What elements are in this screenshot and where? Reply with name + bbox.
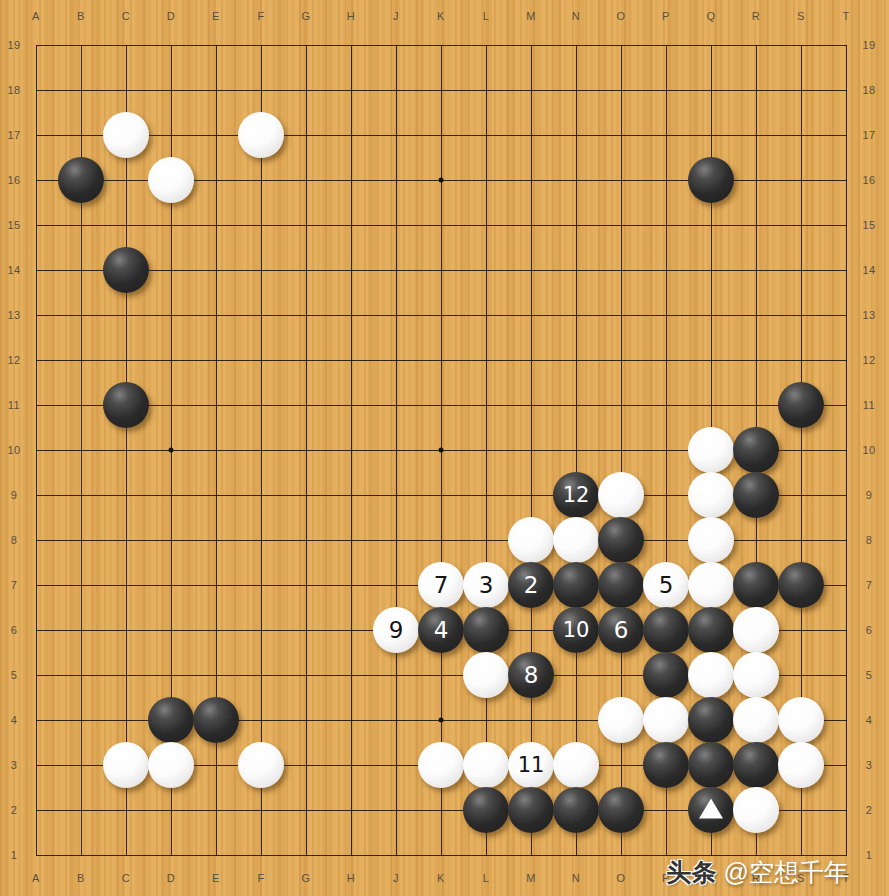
white-stone-D3 <box>148 742 194 788</box>
column-label-bottom: N <box>572 872 580 884</box>
white-stone-Q5 <box>688 652 734 698</box>
row-label-left: 18 <box>7 84 20 96</box>
watermark: 头条 @空想千年 <box>667 860 849 885</box>
star-point <box>439 448 444 453</box>
black-stone-Q16 <box>688 157 734 203</box>
white-stone-R4 <box>733 697 779 743</box>
black-stone-P6 <box>643 607 689 653</box>
row-label-right: 6 <box>866 624 873 636</box>
white-stone-L3 <box>463 742 509 788</box>
row-label-right: 12 <box>862 354 875 366</box>
black-stone-L6 <box>463 607 509 653</box>
row-label-right: 4 <box>866 714 873 726</box>
row-label-right: 8 <box>866 534 873 546</box>
row-label-right: 15 <box>862 219 875 231</box>
grid-line-vertical <box>846 45 847 856</box>
column-label-top: T <box>842 10 849 22</box>
row-label-right: 7 <box>866 579 873 591</box>
row-label-right: 16 <box>862 174 875 186</box>
column-label-bottom: L <box>483 872 490 884</box>
move-number-12: 12 <box>553 472 599 518</box>
black-stone-O7 <box>598 562 644 608</box>
black-stone-Q4 <box>688 697 734 743</box>
column-label-bottom: J <box>393 872 399 884</box>
white-stone-S4 <box>778 697 824 743</box>
row-label-left: 7 <box>11 579 18 591</box>
white-stone-S3 <box>778 742 824 788</box>
move-number-5: 5 <box>643 562 689 608</box>
white-stone-K3 <box>418 742 464 788</box>
row-label-left: 16 <box>7 174 20 186</box>
row-label-right: 14 <box>862 264 875 276</box>
row-label-right: 11 <box>863 399 875 411</box>
column-label-bottom: M <box>526 872 536 884</box>
row-label-left: 5 <box>11 669 18 681</box>
row-label-left: 8 <box>11 534 18 546</box>
white-stone-L7: 3 <box>463 562 509 608</box>
row-label-left: 3 <box>11 759 18 771</box>
column-label-bottom: O <box>616 872 625 884</box>
column-label-bottom: F <box>257 872 264 884</box>
white-stone-N3 <box>553 742 599 788</box>
move-number-7: 7 <box>418 562 464 608</box>
column-label-bottom: C <box>122 872 130 884</box>
black-stone-C11 <box>103 382 149 428</box>
black-stone-E4 <box>193 697 239 743</box>
black-stone-R7 <box>733 562 779 608</box>
triangle-mark <box>699 798 723 818</box>
row-label-left: 2 <box>11 804 18 816</box>
column-label-top: N <box>572 10 580 22</box>
white-stone-M8 <box>508 517 554 563</box>
row-label-left: 12 <box>7 354 20 366</box>
black-stone-O8 <box>598 517 644 563</box>
column-label-top: Q <box>706 10 715 22</box>
column-label-top: D <box>167 10 175 22</box>
black-stone-M2 <box>508 787 554 833</box>
move-number-3: 3 <box>463 562 509 608</box>
white-stone-D16 <box>148 157 194 203</box>
white-stone-R6 <box>733 607 779 653</box>
row-label-left: 6 <box>11 624 18 636</box>
grid-line-vertical <box>531 45 532 856</box>
white-stone-C3 <box>103 742 149 788</box>
black-stone-D4 <box>148 697 194 743</box>
white-stone-R5 <box>733 652 779 698</box>
row-label-left: 15 <box>7 219 20 231</box>
column-label-top: P <box>662 10 670 22</box>
row-label-right: 9 <box>866 489 873 501</box>
row-label-right: 3 <box>866 759 873 771</box>
star-point <box>439 178 444 183</box>
white-stone-Q7 <box>688 562 734 608</box>
black-stone-B16 <box>58 157 104 203</box>
column-label-top: L <box>483 10 490 22</box>
black-stone-N6: 10 <box>553 607 599 653</box>
move-number-8: 8 <box>508 652 554 698</box>
white-stone-C17 <box>103 112 149 158</box>
black-stone-L2 <box>463 787 509 833</box>
white-stone-O9 <box>598 472 644 518</box>
white-stone-M3: 11 <box>508 742 554 788</box>
black-stone-K6: 4 <box>418 607 464 653</box>
move-number-9: 9 <box>373 607 419 653</box>
black-stone-R3 <box>733 742 779 788</box>
row-label-left: 14 <box>7 264 20 276</box>
grid-line-horizontal <box>36 855 847 856</box>
column-label-top: H <box>347 10 355 22</box>
move-number-4: 4 <box>418 607 464 653</box>
watermark-handle: @空想千年 <box>724 860 849 885</box>
black-stone-O2 <box>598 787 644 833</box>
black-stone-N9: 12 <box>553 472 599 518</box>
move-number-2: 2 <box>508 562 554 608</box>
white-stone-J6: 9 <box>373 607 419 653</box>
white-stone-O4 <box>598 697 644 743</box>
white-stone-Q10 <box>688 427 734 473</box>
row-label-left: 4 <box>11 714 18 726</box>
row-label-right: 17 <box>862 129 875 141</box>
white-stone-L5 <box>463 652 509 698</box>
row-label-left: 11 <box>8 399 20 411</box>
row-label-left: 19 <box>7 39 20 51</box>
column-label-top: A <box>32 10 40 22</box>
white-stone-F3 <box>238 742 284 788</box>
row-label-left: 1 <box>11 849 18 861</box>
column-label-top: F <box>257 10 264 22</box>
star-point <box>439 718 444 723</box>
row-label-left: 13 <box>7 309 20 321</box>
row-label-right: 13 <box>862 309 875 321</box>
row-label-left: 17 <box>7 129 20 141</box>
column-label-top: B <box>77 10 85 22</box>
black-stone-C14 <box>103 247 149 293</box>
go-board-diagram: AA1919BB1818CC1717DD1616EE1515FF1414GG13… <box>0 0 889 896</box>
column-label-top: C <box>122 10 130 22</box>
black-stone-M5: 8 <box>508 652 554 698</box>
column-label-top: M <box>526 10 536 22</box>
column-label-bottom: B <box>77 872 85 884</box>
star-point <box>169 448 174 453</box>
white-stone-F17 <box>238 112 284 158</box>
row-label-left: 9 <box>11 489 18 501</box>
black-stone-R9 <box>733 472 779 518</box>
white-stone-R2 <box>733 787 779 833</box>
black-stone-R10 <box>733 427 779 473</box>
column-label-top: J <box>393 10 399 22</box>
row-label-right: 10 <box>862 444 875 456</box>
row-label-right: 2 <box>866 804 873 816</box>
black-stone-Q2 <box>688 787 734 833</box>
white-stone-P7: 5 <box>643 562 689 608</box>
row-label-right: 1 <box>866 849 873 861</box>
white-stone-N8 <box>553 517 599 563</box>
column-label-top: S <box>797 10 805 22</box>
move-number-11: 11 <box>508 742 554 788</box>
grid-line-vertical <box>486 45 487 856</box>
white-stone-K7: 7 <box>418 562 464 608</box>
row-label-left: 10 <box>7 444 20 456</box>
row-label-right: 19 <box>862 39 875 51</box>
column-label-bottom: E <box>212 872 220 884</box>
column-label-bottom: D <box>167 872 175 884</box>
black-stone-P3 <box>643 742 689 788</box>
black-stone-N2 <box>553 787 599 833</box>
black-stone-P5 <box>643 652 689 698</box>
black-stone-O6: 6 <box>598 607 644 653</box>
black-stone-M7: 2 <box>508 562 554 608</box>
black-stone-Q3 <box>688 742 734 788</box>
column-label-top: R <box>752 10 760 22</box>
watermark-brand: 头条 <box>667 860 717 885</box>
column-label-bottom: H <box>347 872 355 884</box>
move-number-6: 6 <box>598 607 644 653</box>
move-number-10: 10 <box>553 607 599 653</box>
column-label-bottom: G <box>301 872 310 884</box>
row-label-right: 18 <box>862 84 875 96</box>
grid-line-vertical <box>576 45 577 856</box>
column-label-bottom: A <box>32 872 40 884</box>
column-label-bottom: K <box>437 872 445 884</box>
column-label-top: K <box>437 10 445 22</box>
white-stone-Q8 <box>688 517 734 563</box>
black-stone-S7 <box>778 562 824 608</box>
white-stone-P4 <box>643 697 689 743</box>
row-label-right: 5 <box>866 669 873 681</box>
white-stone-Q9 <box>688 472 734 518</box>
column-label-top: E <box>212 10 220 22</box>
black-stone-Q6 <box>688 607 734 653</box>
black-stone-S11 <box>778 382 824 428</box>
black-stone-N7 <box>553 562 599 608</box>
column-label-top: G <box>301 10 310 22</box>
column-label-top: O <box>616 10 625 22</box>
